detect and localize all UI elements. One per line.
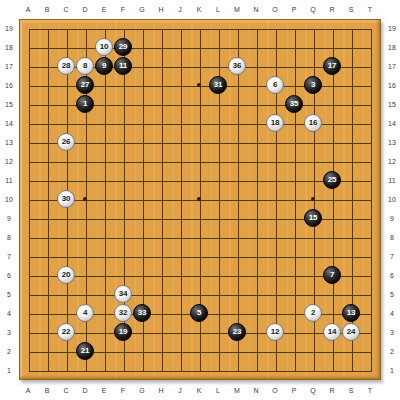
stone-white-Q14[interactable]: 16 bbox=[304, 114, 322, 132]
stone-white-F4[interactable]: 32 bbox=[114, 304, 132, 322]
move-number: 6 bbox=[273, 81, 277, 89]
col-label-bottom-R: R bbox=[323, 382, 342, 398]
col-label-bottom-C: C bbox=[57, 382, 76, 398]
row-label-left-10: 10 bbox=[1, 190, 17, 209]
row-label-right-14: 14 bbox=[384, 114, 400, 133]
row-label-right-19: 19 bbox=[384, 19, 400, 38]
col-label-top-J: J bbox=[171, 1, 190, 17]
move-number: 19 bbox=[119, 328, 127, 336]
col-label-bottom-F: F bbox=[114, 382, 133, 398]
col-label-bottom-N: N bbox=[247, 382, 266, 398]
move-number: 24 bbox=[347, 328, 355, 336]
move-number: 12 bbox=[271, 328, 279, 336]
stone-white-C6[interactable]: 20 bbox=[57, 266, 75, 284]
row-label-left-3: 3 bbox=[1, 323, 17, 342]
row-label-left-16: 16 bbox=[1, 76, 17, 95]
row-label-right-15: 15 bbox=[384, 95, 400, 114]
move-number: 18 bbox=[271, 119, 279, 127]
col-label-bottom-H: H bbox=[152, 382, 171, 398]
stone-black-P15[interactable]: 35 bbox=[285, 95, 303, 113]
stone-white-S3[interactable]: 24 bbox=[342, 323, 360, 341]
stone-white-R3[interactable]: 14 bbox=[323, 323, 341, 341]
row-label-right-1: 1 bbox=[384, 361, 400, 380]
col-label-bottom-E: E bbox=[95, 382, 114, 398]
col-label-top-O: O bbox=[266, 1, 285, 17]
stone-black-D15[interactable]: 1 bbox=[76, 95, 94, 113]
col-label-bottom-B: B bbox=[38, 382, 57, 398]
go-board-diagram: 1234567891011121314151617181920212223242… bbox=[0, 0, 400, 400]
col-label-top-M: M bbox=[228, 1, 247, 17]
row-label-right-5: 5 bbox=[384, 285, 400, 304]
stone-white-O16[interactable]: 6 bbox=[266, 76, 284, 94]
move-number: 14 bbox=[328, 328, 336, 336]
row-label-left-19: 19 bbox=[1, 19, 17, 38]
move-number: 35 bbox=[290, 100, 298, 108]
move-number: 11 bbox=[119, 62, 127, 70]
col-label-top-T: T bbox=[361, 1, 380, 17]
col-label-top-A: A bbox=[19, 1, 38, 17]
stone-black-F3[interactable]: 19 bbox=[114, 323, 132, 341]
row-label-right-4: 4 bbox=[384, 304, 400, 323]
stone-black-D2[interactable]: 21 bbox=[76, 342, 94, 360]
row-label-left-1: 1 bbox=[1, 361, 17, 380]
stone-white-C10[interactable]: 30 bbox=[57, 190, 75, 208]
col-label-bottom-S: S bbox=[342, 382, 361, 398]
stone-white-C3[interactable]: 22 bbox=[57, 323, 75, 341]
move-number: 15 bbox=[309, 214, 317, 222]
row-label-right-13: 13 bbox=[384, 133, 400, 152]
col-labels-top: ABCDEFGHJKLMNOPQRST bbox=[19, 1, 380, 17]
stone-black-G4[interactable]: 33 bbox=[133, 304, 151, 322]
stone-black-R17[interactable]: 17 bbox=[323, 57, 341, 75]
col-label-top-E: E bbox=[95, 1, 114, 17]
stone-black-E17[interactable]: 9 bbox=[95, 57, 113, 75]
row-label-left-8: 8 bbox=[1, 228, 17, 247]
stone-white-E18[interactable]: 10 bbox=[95, 38, 113, 56]
stone-white-F5[interactable]: 34 bbox=[114, 285, 132, 303]
move-number: 7 bbox=[330, 271, 334, 279]
stone-black-M3[interactable]: 23 bbox=[228, 323, 246, 341]
move-number: 25 bbox=[328, 176, 336, 184]
row-label-left-14: 14 bbox=[1, 114, 17, 133]
stone-white-Q4[interactable]: 2 bbox=[304, 304, 322, 322]
row-label-right-9: 9 bbox=[384, 209, 400, 228]
col-label-bottom-Q: Q bbox=[304, 382, 323, 398]
move-number: 22 bbox=[62, 328, 70, 336]
col-label-top-L: L bbox=[209, 1, 228, 17]
row-label-right-17: 17 bbox=[384, 57, 400, 76]
row-label-right-11: 11 bbox=[384, 171, 400, 190]
row-label-left-13: 13 bbox=[1, 133, 17, 152]
move-number: 26 bbox=[62, 138, 70, 146]
stone-black-F18[interactable]: 29 bbox=[114, 38, 132, 56]
col-label-bottom-G: G bbox=[133, 382, 152, 398]
row-label-right-18: 18 bbox=[384, 38, 400, 57]
row-label-right-3: 3 bbox=[384, 323, 400, 342]
row-label-right-6: 6 bbox=[384, 266, 400, 285]
col-label-top-G: G bbox=[133, 1, 152, 17]
row-label-right-8: 8 bbox=[384, 228, 400, 247]
stone-black-F17[interactable]: 11 bbox=[114, 57, 132, 75]
stone-black-R6[interactable]: 7 bbox=[323, 266, 341, 284]
col-label-top-P: P bbox=[285, 1, 304, 17]
row-label-left-4: 4 bbox=[1, 304, 17, 323]
move-number: 30 bbox=[62, 195, 70, 203]
move-number: 16 bbox=[309, 119, 317, 127]
col-label-top-Q: Q bbox=[304, 1, 323, 17]
move-number: 32 bbox=[119, 309, 127, 317]
row-label-left-17: 17 bbox=[1, 57, 17, 76]
move-number: 10 bbox=[100, 43, 108, 51]
stone-black-Q16[interactable]: 3 bbox=[304, 76, 322, 94]
col-label-top-F: F bbox=[114, 1, 133, 17]
col-label-bottom-O: O bbox=[266, 382, 285, 398]
col-label-bottom-J: J bbox=[171, 382, 190, 398]
row-label-right-16: 16 bbox=[384, 76, 400, 95]
col-label-top-C: C bbox=[57, 1, 76, 17]
row-label-left-18: 18 bbox=[1, 38, 17, 57]
col-label-bottom-D: D bbox=[76, 382, 95, 398]
stone-white-C13[interactable]: 26 bbox=[57, 133, 75, 151]
stone-black-L16[interactable]: 31 bbox=[209, 76, 227, 94]
move-number: 1 bbox=[83, 100, 87, 108]
row-label-right-10: 10 bbox=[384, 190, 400, 209]
move-number: 3 bbox=[311, 81, 315, 89]
row-label-left-12: 12 bbox=[1, 152, 17, 171]
row-label-left-2: 2 bbox=[1, 342, 17, 361]
col-label-top-H: H bbox=[152, 1, 171, 17]
move-number: 5 bbox=[197, 309, 201, 317]
stone-white-D17[interactable]: 8 bbox=[76, 57, 94, 75]
move-number: 20 bbox=[62, 271, 70, 279]
row-label-right-12: 12 bbox=[384, 152, 400, 171]
move-number: 36 bbox=[233, 62, 241, 70]
move-number: 9 bbox=[102, 62, 106, 70]
row-labels-left: 19181716151413121110987654321 bbox=[1, 19, 17, 380]
stone-black-D16[interactable]: 27 bbox=[76, 76, 94, 94]
row-label-left-7: 7 bbox=[1, 247, 17, 266]
row-label-left-5: 5 bbox=[1, 285, 17, 304]
stone-black-R11[interactable]: 25 bbox=[323, 171, 341, 189]
move-number: 34 bbox=[119, 290, 127, 298]
col-label-bottom-T: T bbox=[361, 382, 380, 398]
stone-white-O14[interactable]: 18 bbox=[266, 114, 284, 132]
col-label-bottom-P: P bbox=[285, 382, 304, 398]
stone-black-S4[interactable]: 13 bbox=[342, 304, 360, 322]
col-label-top-S: S bbox=[342, 1, 361, 17]
row-label-right-2: 2 bbox=[384, 342, 400, 361]
col-labels-bottom: ABCDEFGHJKLMNOPQRST bbox=[19, 382, 380, 398]
move-number: 33 bbox=[138, 309, 146, 317]
stone-white-O3[interactable]: 12 bbox=[266, 323, 284, 341]
stone-white-C17[interactable]: 28 bbox=[57, 57, 75, 75]
stone-black-Q9[interactable]: 15 bbox=[304, 209, 322, 227]
col-label-bottom-K: K bbox=[190, 382, 209, 398]
col-label-top-D: D bbox=[76, 1, 95, 17]
move-number: 21 bbox=[81, 347, 89, 355]
col-label-top-B: B bbox=[38, 1, 57, 17]
stone-black-K4[interactable]: 5 bbox=[190, 304, 208, 322]
move-number: 2 bbox=[311, 309, 315, 317]
move-number: 27 bbox=[81, 81, 89, 89]
move-number: 17 bbox=[328, 62, 336, 70]
stone-white-M17[interactable]: 36 bbox=[228, 57, 246, 75]
stone-white-D4[interactable]: 4 bbox=[76, 304, 94, 322]
move-number: 13 bbox=[347, 309, 355, 317]
col-label-top-N: N bbox=[247, 1, 266, 17]
col-label-top-K: K bbox=[190, 1, 209, 17]
col-label-bottom-L: L bbox=[209, 382, 228, 398]
move-number: 8 bbox=[83, 62, 87, 70]
move-number: 31 bbox=[214, 81, 222, 89]
move-number: 28 bbox=[62, 62, 70, 70]
row-label-left-11: 11 bbox=[1, 171, 17, 190]
stones-layer: 1234567891011121314151617181920212223242… bbox=[19, 19, 380, 380]
row-label-left-15: 15 bbox=[1, 95, 17, 114]
col-label-bottom-A: A bbox=[19, 382, 38, 398]
move-number: 29 bbox=[119, 43, 127, 51]
row-label-left-9: 9 bbox=[1, 209, 17, 228]
move-number: 4 bbox=[83, 309, 87, 317]
col-label-bottom-M: M bbox=[228, 382, 247, 398]
row-label-left-6: 6 bbox=[1, 266, 17, 285]
move-number: 23 bbox=[233, 328, 241, 336]
row-labels-right: 19181716151413121110987654321 bbox=[384, 19, 400, 380]
row-label-right-7: 7 bbox=[384, 247, 400, 266]
col-label-top-R: R bbox=[323, 1, 342, 17]
